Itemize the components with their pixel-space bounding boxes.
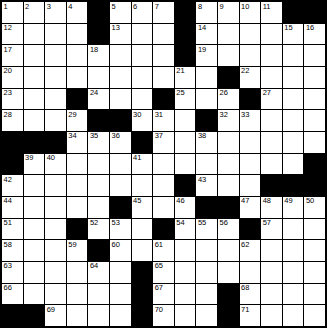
white-cell-r11c6[interactable] (132, 240, 153, 261)
white-cell-r9c11[interactable]: 47 (240, 197, 261, 218)
white-cell-r12c7[interactable]: 65 (153, 262, 174, 283)
white-cell-r8c3[interactable] (67, 175, 88, 196)
black-cell-r8c13 (283, 175, 304, 196)
white-cell-r4c0[interactable]: 23 (2, 89, 23, 110)
black-cell-r7c0 (2, 154, 23, 175)
white-cell-r10c1[interactable] (24, 219, 45, 240)
white-cell-r10c9[interactable]: 55 (196, 219, 217, 240)
white-cell-r3c2[interactable] (45, 67, 66, 88)
clue-number-60: 60 (112, 241, 120, 249)
white-cell-r7c2[interactable]: 40 (45, 154, 66, 175)
white-cell-r1c7[interactable] (153, 24, 174, 45)
white-cell-r9c7[interactable] (153, 197, 174, 218)
white-cell-r0c10[interactable]: 9 (218, 2, 239, 23)
white-cell-r13c13[interactable] (283, 284, 304, 305)
white-cell-r2c3[interactable] (67, 45, 88, 66)
clue-number-55: 55 (198, 219, 206, 227)
white-cell-r14c11[interactable]: 71 (240, 305, 261, 326)
black-cell-r4c3 (67, 89, 88, 110)
white-cell-r9c4[interactable] (88, 197, 109, 218)
white-cell-r0c12[interactable]: 11 (261, 2, 282, 23)
black-cell-r4c7 (153, 89, 174, 110)
clue-number-20: 20 (4, 67, 12, 75)
black-cell-r13c6 (132, 284, 153, 305)
white-cell-r7c8[interactable] (175, 154, 196, 175)
white-cell-r5c14[interactable] (304, 110, 325, 131)
clue-number-26: 26 (220, 89, 228, 97)
white-cell-r5c6[interactable]: 30 (132, 110, 153, 131)
clue-number-63: 63 (4, 262, 12, 270)
white-cell-r2c7[interactable] (153, 45, 174, 66)
clue-number-35: 35 (90, 132, 98, 140)
white-cell-r5c3[interactable]: 29 (67, 110, 88, 131)
black-cell-r7c14 (304, 154, 325, 175)
white-cell-r0c5[interactable]: 5 (110, 2, 131, 23)
white-cell-r13c4[interactable] (88, 284, 109, 305)
clue-number-61: 61 (155, 241, 163, 249)
white-cell-r6c4[interactable]: 35 (88, 132, 109, 153)
white-cell-r8c2[interactable] (45, 175, 66, 196)
clue-number-66: 66 (4, 284, 12, 292)
white-cell-r3c9[interactable] (196, 67, 217, 88)
white-cell-r13c1[interactable] (24, 284, 45, 305)
white-cell-r2c12[interactable] (261, 45, 282, 66)
white-cell-r12c8[interactable] (175, 262, 196, 283)
clue-number-50: 50 (306, 197, 314, 205)
white-cell-r14c14[interactable] (304, 305, 325, 326)
white-cell-r1c14[interactable]: 16 (304, 24, 325, 45)
white-cell-r6c5[interactable]: 36 (110, 132, 131, 153)
black-cell-r9c10 (218, 197, 239, 218)
white-cell-r11c1[interactable] (24, 240, 45, 261)
white-cell-r11c11[interactable]: 62 (240, 240, 261, 261)
white-cell-r11c9[interactable] (196, 240, 217, 261)
white-cell-r1c2[interactable] (45, 24, 66, 45)
clue-number-69: 69 (47, 306, 55, 314)
black-cell-r10c3 (67, 219, 88, 240)
white-cell-r3c13[interactable] (283, 67, 304, 88)
clue-number-5: 5 (112, 3, 116, 11)
white-cell-r4c8[interactable]: 25 (175, 89, 196, 110)
clue-number-41: 41 (133, 154, 141, 162)
clue-number-13: 13 (112, 24, 120, 32)
black-cell-r6c0 (2, 132, 23, 153)
black-cell-r14c6 (132, 305, 153, 326)
white-cell-r3c0[interactable]: 20 (2, 67, 23, 88)
white-cell-r3c8[interactable]: 21 (175, 67, 196, 88)
white-cell-r3c4[interactable] (88, 67, 109, 88)
white-cell-r14c5[interactable] (110, 305, 131, 326)
white-cell-r5c13[interactable] (283, 110, 304, 131)
white-cell-r13c0[interactable]: 66 (2, 284, 23, 305)
white-cell-r11c13[interactable] (283, 240, 304, 261)
white-cell-r1c6[interactable] (132, 24, 153, 45)
white-cell-r6c12[interactable] (261, 132, 282, 153)
white-cell-r4c14[interactable] (304, 89, 325, 110)
white-cell-r9c3[interactable] (67, 197, 88, 218)
white-cell-r5c11[interactable]: 33 (240, 110, 261, 131)
white-cell-r2c1[interactable] (24, 45, 45, 66)
white-cell-r6c11[interactable] (240, 132, 261, 153)
white-cell-r14c9[interactable] (196, 305, 217, 326)
black-cell-r13c10 (218, 284, 239, 305)
white-cell-r0c7[interactable]: 7 (153, 2, 174, 23)
white-cell-r7c10[interactable] (218, 154, 239, 175)
clue-number-57: 57 (263, 219, 271, 227)
clue-number-38: 38 (198, 132, 206, 140)
white-cell-r13c12[interactable] (261, 284, 282, 305)
white-cell-r8c11[interactable] (240, 175, 261, 196)
clue-number-42: 42 (4, 176, 12, 184)
white-cell-r8c6[interactable] (132, 175, 153, 196)
clue-number-19: 19 (198, 46, 206, 54)
white-cell-r3c11[interactable]: 22 (240, 67, 261, 88)
black-cell-r6c2 (45, 132, 66, 153)
clue-number-43: 43 (198, 176, 206, 184)
clue-number-39: 39 (25, 154, 33, 162)
white-cell-r8c10[interactable] (218, 175, 239, 196)
white-cell-r2c5[interactable] (110, 45, 131, 66)
clue-number-15: 15 (284, 24, 292, 32)
clue-number-67: 67 (155, 284, 163, 292)
white-cell-r4c1[interactable] (24, 89, 45, 110)
clue-number-65: 65 (155, 262, 163, 270)
white-cell-r10c2[interactable] (45, 219, 66, 240)
white-cell-r2c4[interactable]: 18 (88, 45, 109, 66)
white-cell-r10c4[interactable]: 52 (88, 219, 109, 240)
clue-number-46: 46 (176, 197, 184, 205)
clue-number-22: 22 (241, 67, 249, 75)
clue-number-49: 49 (284, 197, 292, 205)
white-cell-r3c12[interactable] (261, 67, 282, 88)
black-cell-r0c13 (283, 2, 304, 23)
white-cell-r10c10[interactable]: 56 (218, 219, 239, 240)
white-cell-r7c1[interactable]: 39 (24, 154, 45, 175)
white-cell-r10c8[interactable]: 54 (175, 219, 196, 240)
clue-number-2: 2 (25, 3, 29, 11)
white-cell-r5c10[interactable]: 32 (218, 110, 239, 131)
white-cell-r14c12[interactable] (261, 305, 282, 326)
white-cell-r11c8[interactable] (175, 240, 196, 261)
clue-number-54: 54 (176, 219, 184, 227)
white-cell-r6c3[interactable]: 34 (67, 132, 88, 153)
clue-number-64: 64 (90, 262, 98, 270)
white-cell-r13c7[interactable]: 67 (153, 284, 174, 305)
black-cell-r14c1 (24, 305, 45, 326)
clue-number-52: 52 (90, 219, 98, 227)
black-cell-r9c9 (196, 197, 217, 218)
white-cell-r3c14[interactable] (304, 67, 325, 88)
white-cell-r12c2[interactable] (45, 262, 66, 283)
clue-number-10: 10 (241, 3, 249, 11)
white-cell-r12c5[interactable] (110, 262, 131, 283)
white-cell-r0c2[interactable]: 3 (45, 2, 66, 23)
clue-number-6: 6 (133, 3, 137, 11)
white-cell-r12c12[interactable] (261, 262, 282, 283)
white-cell-r5c1[interactable] (24, 110, 45, 131)
clue-number-28: 28 (4, 111, 12, 119)
clue-number-34: 34 (68, 132, 76, 140)
white-cell-r9c8[interactable]: 46 (175, 197, 196, 218)
black-cell-r5c4 (88, 110, 109, 131)
white-cell-r11c3[interactable]: 59 (67, 240, 88, 261)
white-cell-r7c13[interactable] (283, 154, 304, 175)
clue-number-1: 1 (4, 3, 8, 11)
clue-number-3: 3 (47, 3, 51, 11)
black-cell-r8c8 (175, 175, 196, 196)
white-cell-r0c11[interactable]: 10 (240, 2, 261, 23)
crossword-board: 1234567891011121314151617181920212223242… (0, 0, 327, 328)
white-cell-r14c13[interactable] (283, 305, 304, 326)
white-cell-r13c14[interactable] (304, 284, 325, 305)
clue-number-37: 37 (155, 132, 163, 140)
white-cell-r2c13[interactable] (283, 45, 304, 66)
black-cell-r6c1 (24, 132, 45, 153)
white-cell-r2c11[interactable] (240, 45, 261, 66)
black-cell-r5c9 (196, 110, 217, 131)
white-cell-r14c4[interactable] (88, 305, 109, 326)
clue-number-12: 12 (4, 24, 12, 32)
white-cell-r1c13[interactable]: 15 (283, 24, 304, 45)
black-cell-r9c5 (110, 197, 131, 218)
white-cell-r10c0[interactable]: 51 (2, 219, 23, 240)
white-cell-r4c2[interactable] (45, 89, 66, 110)
black-cell-r12c6 (132, 262, 153, 283)
white-cell-r4c13[interactable] (283, 89, 304, 110)
black-cell-r1c8 (175, 24, 196, 45)
white-cell-r11c12[interactable] (261, 240, 282, 261)
white-cell-r3c5[interactable] (110, 67, 131, 88)
white-cell-r10c13[interactable] (283, 219, 304, 240)
clue-number-27: 27 (263, 89, 271, 97)
clue-number-21: 21 (176, 67, 184, 75)
white-cell-r12c9[interactable] (196, 262, 217, 283)
white-cell-r11c10[interactable] (218, 240, 239, 261)
white-cell-r9c2[interactable] (45, 197, 66, 218)
white-cell-r12c13[interactable] (283, 262, 304, 283)
white-cell-r6c10[interactable] (218, 132, 239, 153)
white-cell-r13c3[interactable] (67, 284, 88, 305)
clue-number-29: 29 (68, 111, 76, 119)
white-cell-r9c0[interactable]: 44 (2, 197, 23, 218)
clue-number-56: 56 (220, 219, 228, 227)
white-cell-r7c6[interactable]: 41 (132, 154, 153, 175)
clue-number-33: 33 (241, 111, 249, 119)
white-cell-r2c6[interactable] (132, 45, 153, 66)
clue-number-44: 44 (4, 197, 12, 205)
white-cell-r13c8[interactable] (175, 284, 196, 305)
white-cell-r13c5[interactable] (110, 284, 131, 305)
clue-number-9: 9 (220, 3, 224, 11)
white-cell-r2c9[interactable]: 19 (196, 45, 217, 66)
white-cell-r13c2[interactable] (45, 284, 66, 305)
clue-number-23: 23 (4, 89, 12, 97)
clue-number-51: 51 (4, 219, 12, 227)
white-cell-r9c1[interactable] (24, 197, 45, 218)
clue-number-11: 11 (263, 3, 271, 11)
white-cell-r9c6[interactable]: 45 (132, 197, 153, 218)
black-cell-r2c8 (175, 45, 196, 66)
white-cell-r8c4[interactable] (88, 175, 109, 196)
white-cell-r9c13[interactable]: 49 (283, 197, 304, 218)
white-cell-r7c7[interactable] (153, 154, 174, 175)
white-cell-r11c7[interactable]: 61 (153, 240, 174, 261)
clue-number-31: 31 (155, 111, 163, 119)
clue-number-71: 71 (241, 306, 249, 314)
white-cell-r11c5[interactable]: 60 (110, 240, 131, 261)
white-cell-r11c2[interactable] (45, 240, 66, 261)
white-cell-r0c0[interactable]: 1 (2, 2, 23, 23)
white-cell-r0c9[interactable]: 8 (196, 2, 217, 23)
white-cell-r10c14[interactable] (304, 219, 325, 240)
white-cell-r3c7[interactable] (153, 67, 174, 88)
white-cell-r0c3[interactable]: 4 (67, 2, 88, 23)
white-cell-r8c5[interactable] (110, 175, 131, 196)
white-cell-r2c2[interactable] (45, 45, 66, 66)
black-cell-r14c10 (218, 305, 239, 326)
white-cell-r1c0[interactable]: 12 (2, 24, 23, 45)
white-cell-r1c11[interactable] (240, 24, 261, 45)
white-cell-r8c9[interactable]: 43 (196, 175, 217, 196)
white-cell-r1c9[interactable]: 14 (196, 24, 217, 45)
white-cell-r11c0[interactable]: 58 (2, 240, 23, 261)
white-cell-r4c6[interactable] (132, 89, 153, 110)
white-cell-r1c3[interactable] (67, 24, 88, 45)
white-cell-r4c4[interactable]: 24 (88, 89, 109, 110)
white-cell-r12c4[interactable]: 64 (88, 262, 109, 283)
white-cell-r4c5[interactable] (110, 89, 131, 110)
white-cell-r6c7[interactable]: 37 (153, 132, 174, 153)
white-cell-r11c14[interactable] (304, 240, 325, 261)
white-cell-r12c14[interactable] (304, 262, 325, 283)
black-cell-r0c14 (304, 2, 325, 23)
clue-number-58: 58 (4, 241, 12, 249)
black-cell-r10c11 (240, 219, 261, 240)
white-cell-r13c11[interactable]: 68 (240, 284, 261, 305)
black-cell-r5c5 (110, 110, 131, 131)
white-cell-r0c6[interactable]: 6 (132, 2, 153, 23)
white-cell-r4c12[interactable]: 27 (261, 89, 282, 110)
white-cell-r7c3[interactable] (67, 154, 88, 175)
clue-number-70: 70 (155, 306, 163, 314)
white-cell-r14c7[interactable]: 70 (153, 305, 174, 326)
black-cell-r4c11 (240, 89, 261, 110)
white-cell-r1c1[interactable] (24, 24, 45, 45)
clue-number-18: 18 (90, 46, 98, 54)
clue-number-59: 59 (68, 241, 76, 249)
white-cell-r3c3[interactable] (67, 67, 88, 88)
white-cell-r7c5[interactable] (110, 154, 131, 175)
white-cell-r7c4[interactable] (88, 154, 109, 175)
black-cell-r8c14 (304, 175, 325, 196)
white-cell-r12c1[interactable] (24, 262, 45, 283)
white-cell-r6c9[interactable]: 38 (196, 132, 217, 153)
clue-number-48: 48 (263, 197, 271, 205)
white-cell-r12c10[interactable] (218, 262, 239, 283)
black-cell-r0c8 (175, 2, 196, 23)
white-cell-r14c8[interactable] (175, 305, 196, 326)
white-cell-r5c7[interactable]: 31 (153, 110, 174, 131)
white-cell-r12c0[interactable]: 63 (2, 262, 23, 283)
clue-number-53: 53 (112, 219, 120, 227)
white-cell-r8c0[interactable]: 42 (2, 175, 23, 196)
white-cell-r8c1[interactable] (24, 175, 45, 196)
white-cell-r1c10[interactable] (218, 24, 239, 45)
black-cell-r0c4 (88, 2, 109, 23)
clue-number-68: 68 (241, 284, 249, 292)
white-cell-r4c9[interactable] (196, 89, 217, 110)
white-cell-r9c14[interactable]: 50 (304, 197, 325, 218)
black-cell-r14c0 (2, 305, 23, 326)
black-cell-r8c12 (261, 175, 282, 196)
clue-number-40: 40 (47, 154, 55, 162)
white-cell-r4c10[interactable]: 26 (218, 89, 239, 110)
white-cell-r3c1[interactable] (24, 67, 45, 88)
clue-number-47: 47 (241, 197, 249, 205)
white-cell-r14c3[interactable] (67, 305, 88, 326)
clue-number-8: 8 (198, 3, 202, 11)
black-cell-r10c7 (153, 219, 174, 240)
clue-number-32: 32 (220, 111, 228, 119)
white-cell-r5c2[interactable] (45, 110, 66, 131)
white-cell-r5c8[interactable] (175, 110, 196, 131)
black-cell-r3c10 (218, 67, 239, 88)
clue-number-14: 14 (198, 24, 206, 32)
clue-number-30: 30 (133, 111, 141, 119)
white-cell-r9c12[interactable]: 48 (261, 197, 282, 218)
clue-number-24: 24 (90, 89, 98, 97)
white-cell-r12c3[interactable] (67, 262, 88, 283)
white-cell-r5c0[interactable]: 28 (2, 110, 23, 131)
black-cell-r11c4 (88, 240, 109, 261)
clue-number-62: 62 (241, 241, 249, 249)
white-cell-r10c12[interactable]: 57 (261, 219, 282, 240)
clue-number-45: 45 (133, 197, 141, 205)
white-cell-r6c8[interactable] (175, 132, 196, 153)
white-cell-r7c12[interactable] (261, 154, 282, 175)
white-cell-r1c5[interactable]: 13 (110, 24, 131, 45)
white-cell-r2c10[interactable] (218, 45, 239, 66)
white-cell-r12c11[interactable] (240, 262, 261, 283)
white-cell-r7c11[interactable] (240, 154, 261, 175)
clue-number-36: 36 (112, 132, 120, 140)
white-cell-r0c1[interactable]: 2 (24, 2, 45, 23)
white-cell-r13c9[interactable] (196, 284, 217, 305)
black-cell-r1c4 (88, 24, 109, 45)
white-cell-r1c12[interactable] (261, 24, 282, 45)
white-cell-r2c0[interactable]: 17 (2, 45, 23, 66)
clue-number-7: 7 (155, 3, 159, 11)
white-cell-r10c6[interactable] (132, 219, 153, 240)
clue-number-4: 4 (68, 3, 72, 11)
white-cell-r6c14[interactable] (304, 132, 325, 153)
white-cell-r3c6[interactable] (132, 67, 153, 88)
white-cell-r2c14[interactable] (304, 45, 325, 66)
black-cell-r6c6 (132, 132, 153, 153)
white-cell-r6c13[interactable] (283, 132, 304, 153)
white-cell-r10c5[interactable]: 53 (110, 219, 131, 240)
clue-number-16: 16 (306, 24, 314, 32)
clue-number-17: 17 (4, 46, 12, 54)
white-cell-r7c9[interactable] (196, 154, 217, 175)
white-cell-r5c12[interactable] (261, 110, 282, 131)
clue-number-25: 25 (176, 89, 184, 97)
white-cell-r8c7[interactable] (153, 175, 174, 196)
white-cell-r14c2[interactable]: 69 (45, 305, 66, 326)
